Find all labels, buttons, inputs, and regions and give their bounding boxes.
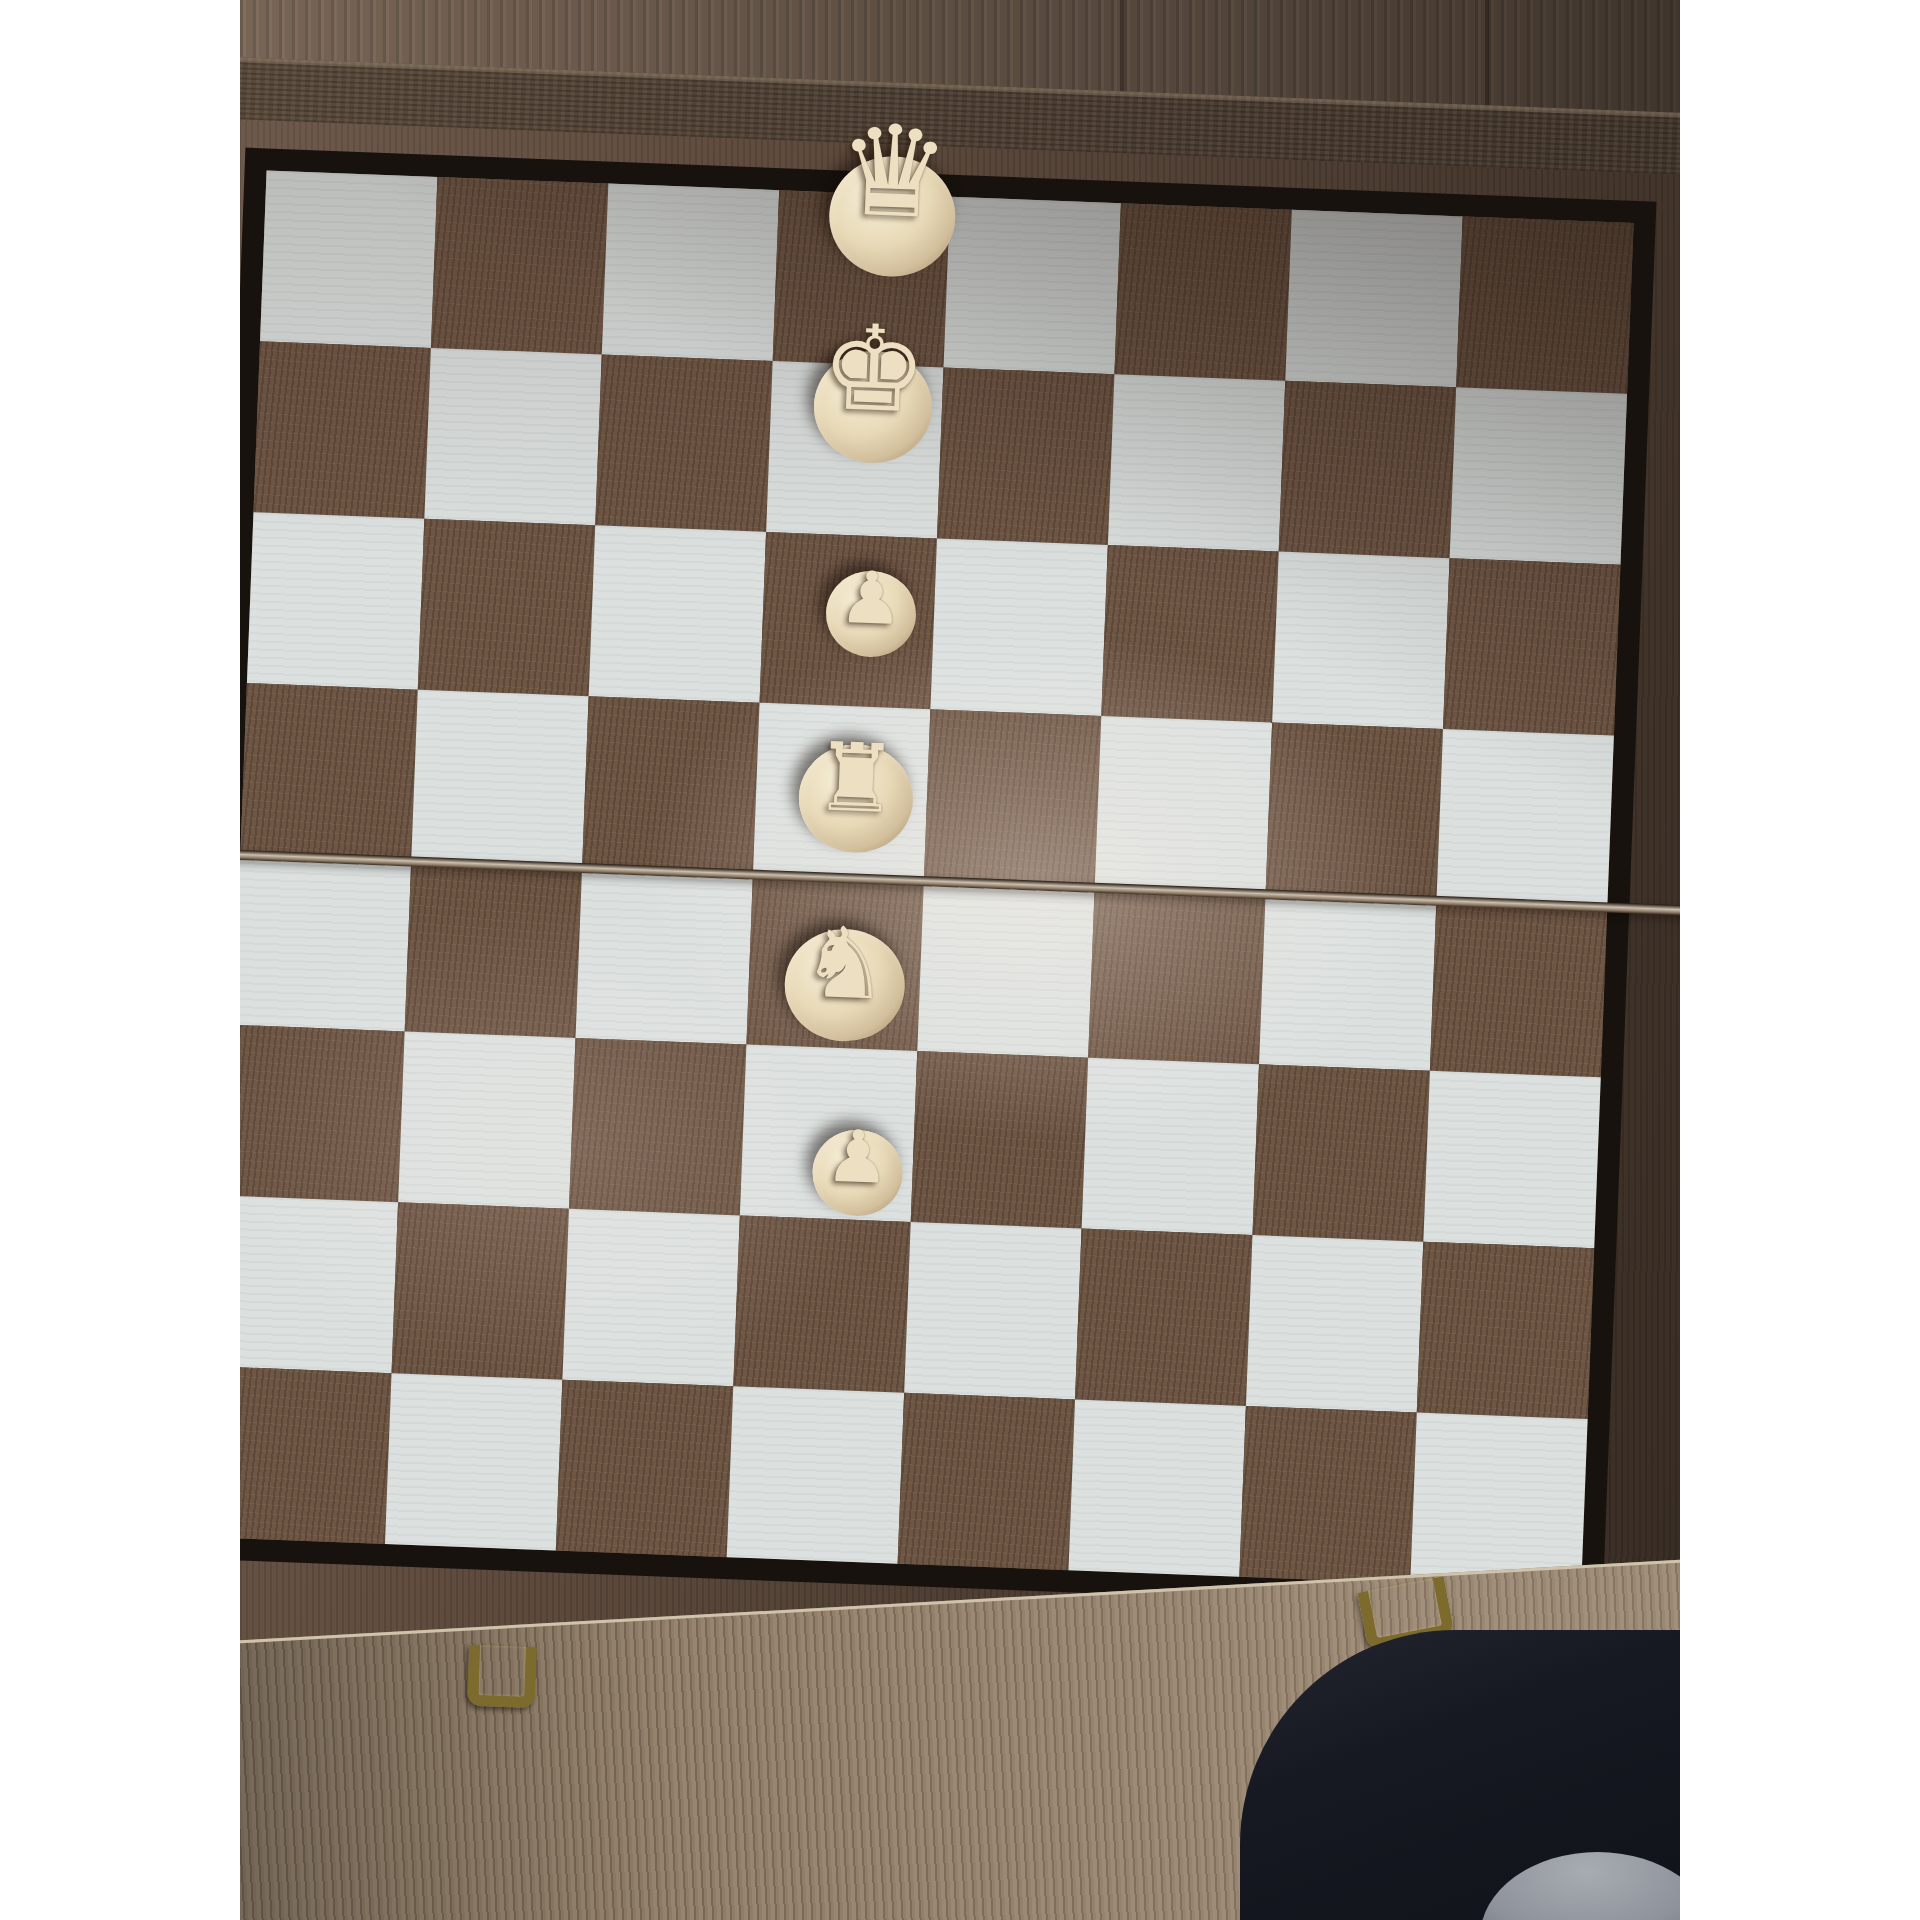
square-b5[interactable] bbox=[411, 690, 588, 867]
square-h2[interactable] bbox=[1417, 1242, 1594, 1419]
square-b4[interactable] bbox=[405, 861, 582, 1038]
square-f1[interactable] bbox=[1068, 1399, 1245, 1576]
square-d8[interactable]: ♛ bbox=[773, 190, 950, 367]
folding-chess-board: ♛♚♟♜♞♟ bbox=[240, 119, 1680, 1696]
photo-area: ♛♚♟♜♞♟ bbox=[240, 0, 1680, 1920]
square-g5[interactable] bbox=[1266, 722, 1443, 899]
knight-glyph: ♞ bbox=[799, 912, 891, 1013]
square-a5[interactable] bbox=[240, 683, 417, 860]
piece-base bbox=[810, 1128, 903, 1217]
square-f7[interactable] bbox=[1108, 374, 1285, 551]
square-a7[interactable] bbox=[253, 341, 430, 518]
square-e1[interactable] bbox=[898, 1393, 1075, 1570]
square-d7[interactable]: ♚ bbox=[766, 361, 943, 538]
piece-base bbox=[782, 926, 906, 1043]
square-a3[interactable] bbox=[240, 1025, 405, 1202]
square-g2[interactable] bbox=[1246, 1235, 1423, 1412]
square-h3[interactable] bbox=[1423, 1071, 1600, 1248]
piece-base bbox=[811, 348, 933, 464]
square-b3[interactable] bbox=[398, 1031, 575, 1208]
square-d6[interactable]: ♟ bbox=[760, 532, 937, 709]
square-d5[interactable]: ♜ bbox=[753, 703, 930, 880]
square-h1[interactable] bbox=[1410, 1413, 1587, 1590]
square-f4[interactable] bbox=[1088, 887, 1265, 1064]
square-b7[interactable] bbox=[424, 348, 601, 525]
square-c3[interactable] bbox=[569, 1038, 746, 1215]
square-a2[interactable] bbox=[240, 1196, 398, 1373]
pawn-glyph: ♟ bbox=[824, 1119, 891, 1193]
square-h7[interactable] bbox=[1450, 387, 1627, 564]
square-a6[interactable] bbox=[247, 512, 424, 689]
square-d2[interactable] bbox=[733, 1215, 910, 1392]
square-c4[interactable] bbox=[576, 867, 753, 1044]
square-f3[interactable] bbox=[1082, 1058, 1259, 1235]
square-c8[interactable] bbox=[602, 184, 779, 361]
pawn-glyph: ♟ bbox=[838, 560, 905, 634]
square-d4[interactable]: ♞ bbox=[746, 874, 923, 1051]
square-f5[interactable] bbox=[1095, 716, 1272, 893]
piece-base bbox=[827, 154, 958, 279]
square-g7[interactable] bbox=[1279, 381, 1456, 558]
square-a4[interactable] bbox=[240, 854, 411, 1031]
square-e5[interactable] bbox=[924, 709, 1101, 886]
square-b8[interactable] bbox=[431, 177, 608, 354]
square-g6[interactable] bbox=[1272, 552, 1449, 729]
square-h4[interactable] bbox=[1430, 900, 1607, 1077]
square-d3[interactable]: ♟ bbox=[740, 1045, 917, 1222]
square-g4[interactable] bbox=[1259, 893, 1436, 1070]
piece-base bbox=[824, 569, 917, 658]
square-g8[interactable] bbox=[1285, 210, 1462, 387]
rook-glyph: ♜ bbox=[812, 729, 900, 826]
square-g1[interactable] bbox=[1239, 1406, 1416, 1583]
square-h8[interactable] bbox=[1456, 216, 1633, 393]
square-e4[interactable] bbox=[917, 880, 1094, 1057]
square-d1[interactable] bbox=[727, 1386, 904, 1563]
square-f6[interactable] bbox=[1101, 545, 1278, 722]
square-c7[interactable] bbox=[595, 354, 772, 531]
board-wood-surface: ♛♚♟♜♞♟ bbox=[240, 119, 1680, 1696]
square-f8[interactable] bbox=[1114, 203, 1291, 380]
square-b2[interactable] bbox=[392, 1202, 569, 1379]
square-b1[interactable] bbox=[385, 1373, 562, 1550]
white-rook[interactable]: ♜ bbox=[767, 709, 944, 886]
square-h5[interactable] bbox=[1436, 729, 1613, 906]
square-e7[interactable] bbox=[937, 368, 1114, 545]
square-e8[interactable] bbox=[944, 197, 1121, 374]
square-h6[interactable] bbox=[1443, 558, 1620, 735]
screenshot-stage: ♛♚♟♜♞♟ bbox=[0, 0, 1920, 1920]
square-a8[interactable] bbox=[260, 170, 437, 347]
square-b6[interactable] bbox=[418, 519, 595, 696]
square-e2[interactable] bbox=[904, 1222, 1081, 1399]
square-c2[interactable] bbox=[562, 1209, 739, 1386]
piece-base bbox=[796, 742, 914, 854]
square-f2[interactable] bbox=[1075, 1229, 1252, 1406]
square-a1[interactable] bbox=[240, 1367, 392, 1544]
square-c5[interactable] bbox=[582, 696, 759, 873]
square-g3[interactable] bbox=[1252, 1064, 1429, 1241]
square-e6[interactable] bbox=[930, 538, 1107, 715]
square-c6[interactable] bbox=[589, 525, 766, 702]
square-c1[interactable] bbox=[556, 1380, 733, 1557]
square-e3[interactable] bbox=[911, 1051, 1088, 1228]
brass-clasp-left bbox=[467, 1645, 537, 1708]
